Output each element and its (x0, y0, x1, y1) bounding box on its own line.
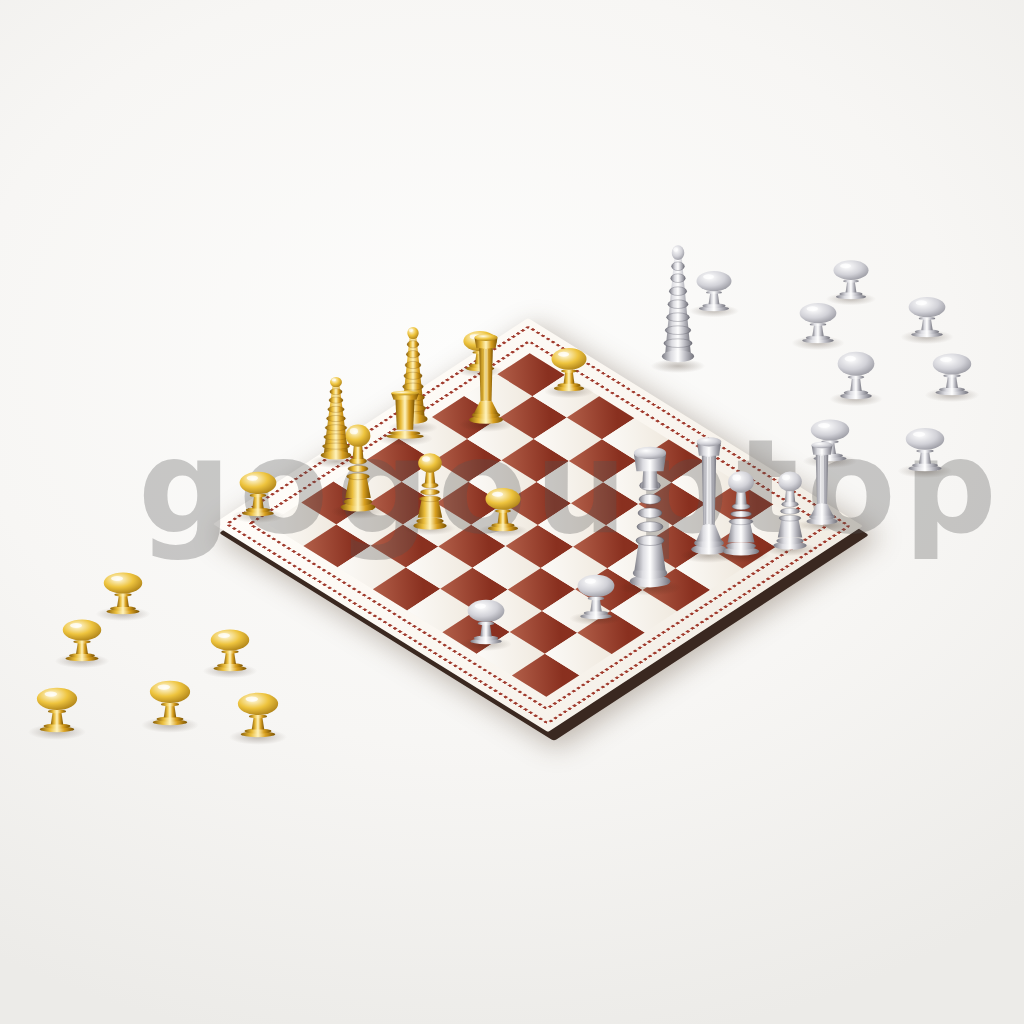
silver-knight[interactable] (835, 332, 877, 400)
silver-queen[interactable] (718, 461, 764, 556)
silver-pawn[interactable] (903, 410, 947, 472)
silver-bishop[interactable] (769, 462, 811, 550)
silver-bishop[interactable] (656, 237, 700, 367)
gold-pawn[interactable] (34, 669, 80, 733)
gold-king[interactable] (464, 330, 508, 425)
silver-pawn[interactable] (797, 286, 839, 344)
silver-knight[interactable] (694, 254, 734, 312)
silver-pawn[interactable] (906, 280, 948, 338)
product-photo-scene: gogouptop (0, 0, 1024, 1024)
gold-pawn[interactable] (208, 612, 252, 672)
gold-pawn[interactable] (101, 555, 145, 615)
gold-pawn[interactable] (549, 330, 589, 392)
silver-rook[interactable] (625, 438, 675, 588)
gold-rook[interactable] (382, 384, 428, 440)
gold-knight[interactable] (237, 453, 279, 517)
silver-pawn[interactable] (575, 556, 617, 620)
silver-pawn[interactable] (930, 336, 974, 396)
gold-knight[interactable] (409, 444, 451, 530)
gold-queen[interactable] (336, 414, 380, 512)
gold-pawn[interactable] (235, 674, 281, 738)
silver-pawn[interactable] (465, 581, 507, 645)
gold-pawn[interactable] (60, 602, 104, 662)
gold-pawn[interactable] (483, 470, 523, 532)
gold-pawn[interactable] (147, 662, 193, 726)
